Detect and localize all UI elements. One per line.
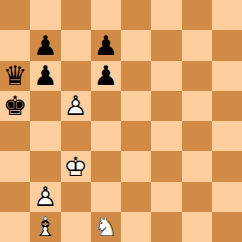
white-bishop-icon[interactable]: ♝♗ [30, 212, 60, 242]
square-g1[interactable] [182, 212, 212, 242]
square-e7[interactable] [121, 30, 151, 60]
square-d4[interactable] [91, 121, 121, 151]
white-knight-glyph: ♘ [91, 212, 121, 242]
square-f3[interactable] [151, 151, 181, 181]
square-h7[interactable] [212, 30, 242, 60]
square-e4[interactable] [121, 121, 151, 151]
black-pawn-icon[interactable]: ♟ [30, 30, 60, 60]
white-pawn-icon[interactable]: ♟♙ [61, 91, 91, 121]
square-d6[interactable]: ♟ [91, 61, 121, 91]
square-c7[interactable] [61, 30, 91, 60]
white-knight-icon[interactable]: ♞♘ [91, 212, 121, 242]
square-h3[interactable] [212, 151, 242, 181]
square-f8[interactable] [151, 0, 181, 30]
square-h8[interactable] [212, 0, 242, 30]
square-d5[interactable] [91, 91, 121, 121]
black-pawn-glyph: ♟ [91, 30, 121, 60]
square-f2[interactable] [151, 182, 181, 212]
black-pawn-glyph: ♟ [30, 30, 60, 60]
black-pawn-icon[interactable]: ♟ [91, 61, 121, 91]
square-b3[interactable] [30, 151, 60, 181]
square-d8[interactable] [91, 0, 121, 30]
white-king-glyph: ♔ [61, 151, 91, 181]
square-h5[interactable] [212, 91, 242, 121]
square-g8[interactable] [182, 0, 212, 30]
black-queen-icon[interactable]: ♛ [0, 61, 30, 91]
square-h4[interactable] [212, 121, 242, 151]
square-g6[interactable] [182, 61, 212, 91]
square-e5[interactable] [121, 91, 151, 121]
square-c5[interactable]: ♟♙ [61, 91, 91, 121]
square-d2[interactable] [91, 182, 121, 212]
white-pawn-icon[interactable]: ♟♙ [30, 182, 60, 212]
white-pawn-glyph: ♙ [61, 91, 91, 121]
square-e3[interactable] [121, 151, 151, 181]
square-c6[interactable] [61, 61, 91, 91]
square-g2[interactable] [182, 182, 212, 212]
square-b2[interactable]: ♟♙ [30, 182, 60, 212]
square-b6[interactable]: ♟ [30, 61, 60, 91]
square-a5[interactable]: ♚ [0, 91, 30, 121]
white-king-icon[interactable]: ♚♔ [61, 151, 91, 181]
black-pawn-glyph: ♟ [30, 61, 60, 91]
square-d7[interactable]: ♟ [91, 30, 121, 60]
black-king-glyph: ♚ [0, 91, 30, 121]
square-c2[interactable] [61, 182, 91, 212]
square-c4[interactable] [61, 121, 91, 151]
square-a6[interactable]: ♛ [0, 61, 30, 91]
square-e8[interactable] [121, 0, 151, 30]
square-f5[interactable] [151, 91, 181, 121]
white-bishop-glyph: ♗ [30, 212, 60, 242]
square-d1[interactable]: ♞♘ [91, 212, 121, 242]
black-king-icon[interactable]: ♚ [0, 91, 30, 121]
square-g4[interactable] [182, 121, 212, 151]
square-g7[interactable] [182, 30, 212, 60]
square-d3[interactable] [91, 151, 121, 181]
black-pawn-glyph: ♟ [91, 61, 121, 91]
square-a7[interactable] [0, 30, 30, 60]
black-queen-glyph: ♛ [0, 61, 30, 91]
black-pawn-icon[interactable]: ♟ [30, 61, 60, 91]
square-e2[interactable] [121, 182, 151, 212]
square-a2[interactable] [0, 182, 30, 212]
black-pawn-icon[interactable]: ♟ [91, 30, 121, 60]
square-h1[interactable] [212, 212, 242, 242]
square-c3[interactable]: ♚♔ [61, 151, 91, 181]
square-e1[interactable] [121, 212, 151, 242]
square-a1[interactable] [0, 212, 30, 242]
square-e6[interactable] [121, 61, 151, 91]
square-f1[interactable] [151, 212, 181, 242]
square-h2[interactable] [212, 182, 242, 212]
square-g5[interactable] [182, 91, 212, 121]
square-a4[interactable] [0, 121, 30, 151]
square-g3[interactable] [182, 151, 212, 181]
chess-board: ♟♟♛♟♟♚♟♙♚♔♟♙♝♗♞♘ [0, 0, 242, 242]
square-f4[interactable] [151, 121, 181, 151]
square-b1[interactable]: ♝♗ [30, 212, 60, 242]
square-f7[interactable] [151, 30, 181, 60]
square-f6[interactable] [151, 61, 181, 91]
square-h6[interactable] [212, 61, 242, 91]
square-c8[interactable] [61, 0, 91, 30]
square-b5[interactable] [30, 91, 60, 121]
square-b7[interactable]: ♟ [30, 30, 60, 60]
square-a3[interactable] [0, 151, 30, 181]
square-b4[interactable] [30, 121, 60, 151]
square-c1[interactable] [61, 212, 91, 242]
square-a8[interactable] [0, 0, 30, 30]
white-pawn-glyph: ♙ [30, 182, 60, 212]
square-b8[interactable] [30, 0, 60, 30]
